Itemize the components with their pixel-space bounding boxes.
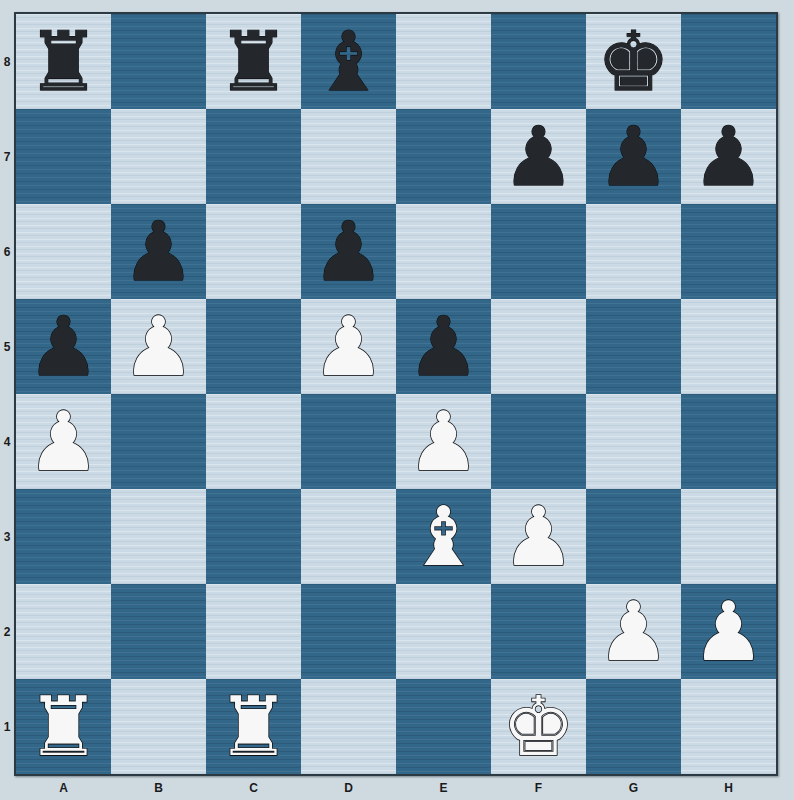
square-e4[interactable]: ♟ <box>396 394 491 489</box>
square-a4[interactable]: ♟ <box>16 394 111 489</box>
square-a3[interactable] <box>16 489 111 584</box>
square-d1[interactable] <box>301 679 396 774</box>
square-a1[interactable]: ♜ <box>16 679 111 774</box>
square-d2[interactable] <box>301 584 396 679</box>
square-c8[interactable]: ♜ <box>206 14 301 109</box>
square-e5[interactable]: ♟ <box>396 299 491 394</box>
file-label-g: G <box>586 776 681 800</box>
square-b8[interactable] <box>111 14 206 109</box>
square-g2[interactable]: ♟ <box>586 584 681 679</box>
rank-label-8: 8 <box>0 14 14 109</box>
rank-label-2: 2 <box>0 584 14 679</box>
black-pawn-a5[interactable]: ♟ <box>27 299 101 394</box>
square-e7[interactable] <box>396 109 491 204</box>
rank-label-4: 4 <box>0 394 14 489</box>
chess-board: ♜♜♝♚♟♟♟♟♟♟♟♟♟♟♟♝♟♟♟♜♜♚ <box>14 12 778 776</box>
square-b3[interactable] <box>111 489 206 584</box>
square-f4[interactable] <box>491 394 586 489</box>
square-g8[interactable]: ♚ <box>586 14 681 109</box>
square-b6[interactable]: ♟ <box>111 204 206 299</box>
square-f7[interactable]: ♟ <box>491 109 586 204</box>
chess-diagram-page: 87654321 ♜♜♝♚♟♟♟♟♟♟♟♟♟♟♟♝♟♟♟♜♜♚ ABCDEFGH <box>0 0 794 800</box>
square-d4[interactable] <box>301 394 396 489</box>
square-b1[interactable] <box>111 679 206 774</box>
file-label-e: E <box>396 776 491 800</box>
square-a6[interactable] <box>16 204 111 299</box>
square-c3[interactable] <box>206 489 301 584</box>
square-g6[interactable] <box>586 204 681 299</box>
file-label-a: A <box>16 776 111 800</box>
rank-label-5: 5 <box>0 299 14 394</box>
square-c6[interactable] <box>206 204 301 299</box>
square-b2[interactable] <box>111 584 206 679</box>
file-label-b: B <box>111 776 206 800</box>
file-label-f: F <box>491 776 586 800</box>
white-king-f1[interactable]: ♚ <box>502 679 576 774</box>
white-pawn-d5[interactable]: ♟ <box>312 299 386 394</box>
black-rook-a8[interactable]: ♜ <box>27 14 101 109</box>
square-h8[interactable] <box>681 14 776 109</box>
file-label-h: H <box>681 776 776 800</box>
square-e6[interactable] <box>396 204 491 299</box>
rank-labels: 87654321 <box>0 14 14 774</box>
white-rook-c1[interactable]: ♜ <box>217 679 291 774</box>
white-pawn-b5[interactable]: ♟ <box>122 299 196 394</box>
square-c2[interactable] <box>206 584 301 679</box>
square-e2[interactable] <box>396 584 491 679</box>
square-c1[interactable]: ♜ <box>206 679 301 774</box>
black-pawn-g7[interactable]: ♟ <box>597 109 671 204</box>
square-c5[interactable] <box>206 299 301 394</box>
file-label-c: C <box>206 776 301 800</box>
white-bishop-e3[interactable]: ♝ <box>407 489 481 584</box>
white-pawn-a4[interactable]: ♟ <box>27 394 101 489</box>
rank-label-6: 6 <box>0 204 14 299</box>
square-b4[interactable] <box>111 394 206 489</box>
square-f8[interactable] <box>491 14 586 109</box>
square-d7[interactable] <box>301 109 396 204</box>
rank-label-7: 7 <box>0 109 14 204</box>
square-c4[interactable] <box>206 394 301 489</box>
square-f5[interactable] <box>491 299 586 394</box>
square-d8[interactable]: ♝ <box>301 14 396 109</box>
rank-label-3: 3 <box>0 489 14 584</box>
square-f3[interactable]: ♟ <box>491 489 586 584</box>
black-pawn-d6[interactable]: ♟ <box>312 204 386 299</box>
file-label-d: D <box>301 776 396 800</box>
black-pawn-e5[interactable]: ♟ <box>407 299 481 394</box>
square-b7[interactable] <box>111 109 206 204</box>
square-g3[interactable] <box>586 489 681 584</box>
square-g7[interactable]: ♟ <box>586 109 681 204</box>
rank-label-1: 1 <box>0 679 14 774</box>
square-e3[interactable]: ♝ <box>396 489 491 584</box>
square-c7[interactable] <box>206 109 301 204</box>
black-rook-c8[interactable]: ♜ <box>217 14 291 109</box>
square-e8[interactable] <box>396 14 491 109</box>
white-pawn-h2[interactable]: ♟ <box>692 584 766 679</box>
square-a8[interactable]: ♜ <box>16 14 111 109</box>
square-e1[interactable] <box>396 679 491 774</box>
square-h5[interactable] <box>681 299 776 394</box>
white-pawn-g2[interactable]: ♟ <box>597 584 671 679</box>
square-g5[interactable] <box>586 299 681 394</box>
square-a7[interactable] <box>16 109 111 204</box>
square-d3[interactable] <box>301 489 396 584</box>
square-h4[interactable] <box>681 394 776 489</box>
square-d6[interactable]: ♟ <box>301 204 396 299</box>
square-h2[interactable]: ♟ <box>681 584 776 679</box>
black-pawn-b6[interactable]: ♟ <box>122 204 196 299</box>
square-h1[interactable] <box>681 679 776 774</box>
black-pawn-f7[interactable]: ♟ <box>502 109 576 204</box>
square-f6[interactable] <box>491 204 586 299</box>
square-a2[interactable] <box>16 584 111 679</box>
square-g4[interactable] <box>586 394 681 489</box>
square-f1[interactable]: ♚ <box>491 679 586 774</box>
square-d5[interactable]: ♟ <box>301 299 396 394</box>
square-h6[interactable] <box>681 204 776 299</box>
white-rook-a1[interactable]: ♜ <box>27 679 101 774</box>
black-pawn-h7[interactable]: ♟ <box>692 109 766 204</box>
square-b5[interactable]: ♟ <box>111 299 206 394</box>
square-a5[interactable]: ♟ <box>16 299 111 394</box>
white-pawn-e4[interactable]: ♟ <box>407 394 481 489</box>
black-bishop-d8[interactable]: ♝ <box>312 14 386 109</box>
white-pawn-f3[interactable]: ♟ <box>502 489 576 584</box>
square-h3[interactable] <box>681 489 776 584</box>
black-king-g8[interactable]: ♚ <box>597 14 671 109</box>
square-h7[interactable]: ♟ <box>681 109 776 204</box>
square-g1[interactable] <box>586 679 681 774</box>
file-labels: ABCDEFGH <box>16 776 776 800</box>
square-f2[interactable] <box>491 584 586 679</box>
